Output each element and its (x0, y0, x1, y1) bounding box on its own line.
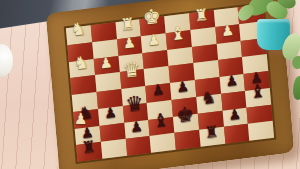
square-h8[interactable]: ♜ (76, 142, 102, 162)
photo-scene: ♞♜♚♜♟♟♝♟♞♟♛♟♟♟♟♞♟♛♞♝♟♟♝♚♟♜♜ ♟ (0, 0, 300, 169)
black-pawn[interactable]: ♟ (124, 117, 150, 135)
black-bishop[interactable]: ♝ (245, 82, 271, 100)
black-pawn[interactable]: ♟ (98, 104, 124, 122)
white-pawn[interactable]: ♟ (93, 54, 119, 72)
square-f8[interactable] (125, 136, 151, 156)
black-king[interactable]: ♚ (172, 105, 198, 123)
white-knight[interactable]: ♞ (65, 20, 91, 38)
black-rook[interactable]: ♜ (199, 123, 225, 141)
black-pawn[interactable]: ♟ (219, 72, 245, 90)
captured-white-pawn[interactable]: ♟ (74, 110, 87, 128)
white-rook[interactable]: ♜ (188, 6, 214, 24)
square-b8[interactable] (224, 124, 250, 144)
white-pawn[interactable]: ♟ (141, 31, 167, 49)
square-c8[interactable]: ♜ (199, 127, 225, 147)
black-bishop[interactable]: ♝ (148, 110, 174, 128)
white-bishop[interactable]: ♝ (165, 24, 191, 42)
white-rook[interactable]: ♜ (115, 15, 141, 33)
black-pawn[interactable]: ♟ (170, 78, 196, 96)
black-pawn[interactable]: ♟ (222, 105, 248, 123)
square-a8[interactable] (248, 121, 274, 141)
square-d8[interactable] (174, 130, 200, 150)
plant-leaf (293, 76, 300, 100)
white-pawn[interactable]: ♟ (116, 34, 142, 52)
black-queen[interactable]: ♛ (122, 95, 148, 113)
square-g8[interactable] (101, 139, 127, 159)
white-queen[interactable]: ♛ (119, 61, 145, 79)
black-knight[interactable]: ♞ (196, 89, 222, 107)
black-rook[interactable]: ♜ (76, 138, 102, 156)
black-pawn[interactable]: ♟ (145, 81, 171, 99)
white-king[interactable]: ♚ (139, 8, 165, 26)
square-e8[interactable] (150, 133, 176, 153)
white-knight[interactable]: ♞ (68, 54, 94, 72)
